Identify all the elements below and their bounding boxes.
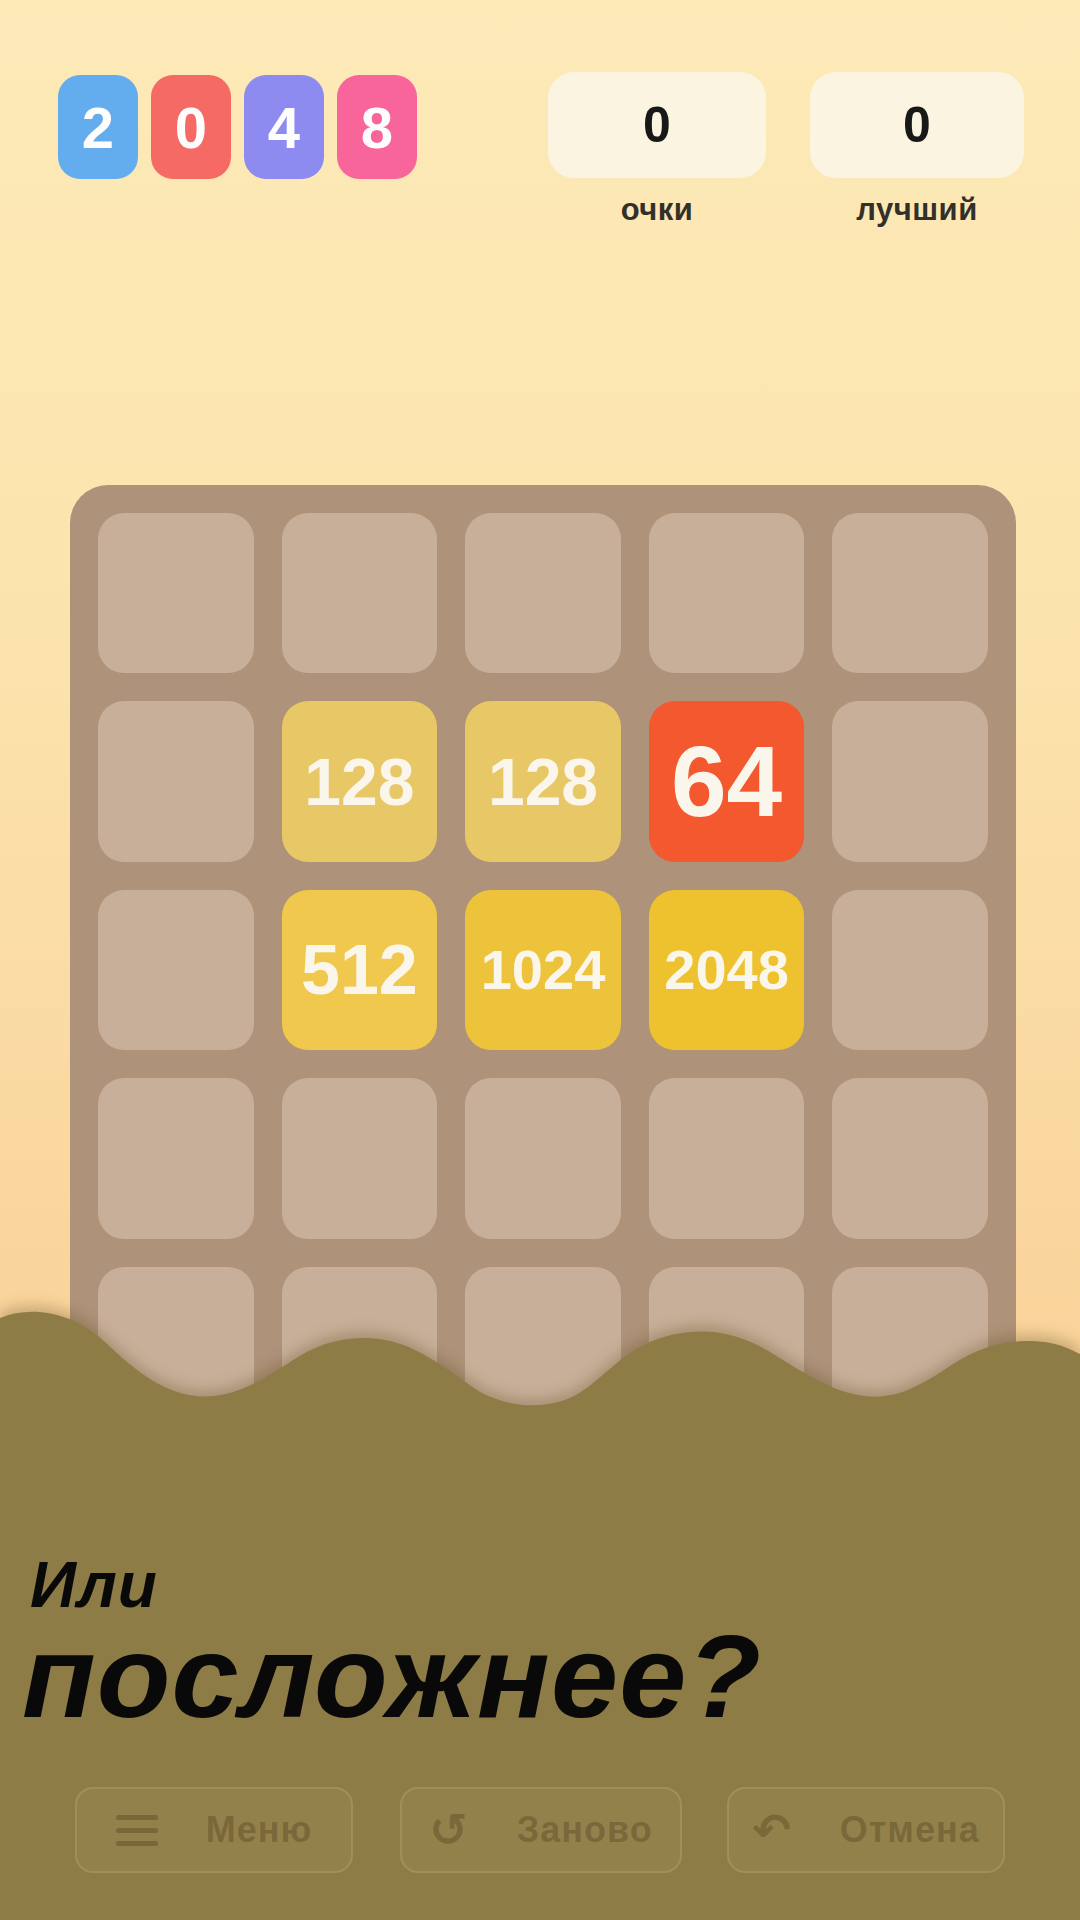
restart-button[interactable]: ↺ Заново [400, 1787, 682, 1873]
menu-button-label: Меню [206, 1809, 313, 1851]
empty-cell-r3c3 [649, 1078, 805, 1238]
empty-cell-r0c4 [832, 513, 988, 673]
empty-cell-r2c0 [98, 890, 254, 1050]
restart-icon: ↺ [429, 1807, 469, 1853]
tile-2048-r2c3: 2048 [649, 890, 805, 1050]
empty-cell-r0c1 [282, 513, 438, 673]
menu-button[interactable]: Меню [75, 1787, 353, 1873]
empty-cell-r0c3 [649, 513, 805, 673]
tile-64-r1c3: 64 [649, 701, 805, 861]
tile-1024-r2c2: 1024 [465, 890, 621, 1050]
score-label: очки [548, 192, 766, 228]
restart-button-label: Заново [517, 1809, 653, 1851]
logo-tile-2: 2 [58, 75, 138, 179]
undo-button-label: Отмена [840, 1809, 980, 1851]
tile-128-r1c2: 128 [465, 701, 621, 861]
tile-512-r2c1: 512 [282, 890, 438, 1050]
undo-icon: ↶ [752, 1807, 792, 1853]
logo-2048: 2 0 4 8 [58, 75, 417, 179]
app-screen: 2 0 4 8 0 0 очки лучший 1281286451210242… [0, 0, 1080, 1920]
empty-cell-r3c4 [832, 1078, 988, 1238]
empty-cell-r2c4 [832, 890, 988, 1050]
empty-cell-r3c1 [282, 1078, 438, 1238]
logo-tile-0: 0 [151, 75, 231, 179]
logo-tile-4: 4 [244, 75, 324, 179]
tile-128-r1c1: 128 [282, 701, 438, 861]
best-score-box: 0 [810, 72, 1024, 178]
promo-heading-line2: посложнее? [22, 1610, 762, 1744]
empty-cell-r0c2 [465, 513, 621, 673]
score-box: 0 [548, 72, 766, 178]
empty-cell-r1c4 [832, 701, 988, 861]
undo-button[interactable]: ↶ Отмена [727, 1787, 1005, 1873]
menu-icon [116, 1815, 158, 1846]
empty-cell-r1c0 [98, 701, 254, 861]
best-score-label: лучший [808, 192, 1026, 228]
empty-cell-r3c2 [465, 1078, 621, 1238]
logo-tile-8: 8 [337, 75, 417, 179]
empty-cell-r0c0 [98, 513, 254, 673]
empty-cell-r3c0 [98, 1078, 254, 1238]
